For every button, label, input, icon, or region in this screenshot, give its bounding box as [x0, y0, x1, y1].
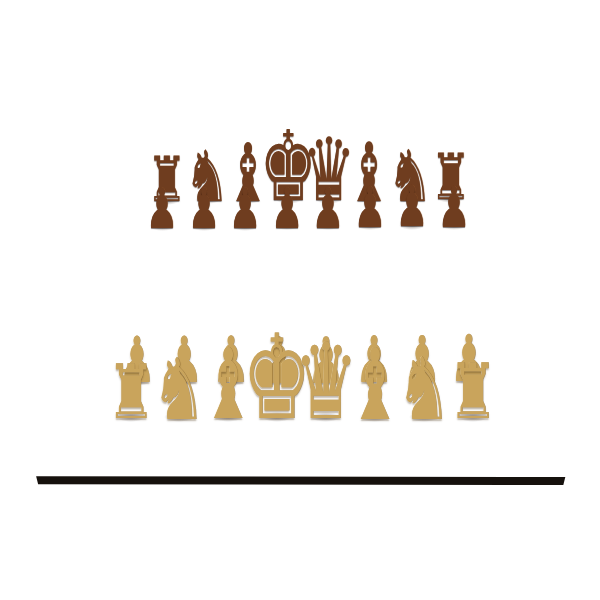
black-pawn-glyph: ♟	[146, 181, 179, 237]
white-knight-glyph: ♞	[396, 346, 452, 432]
black-pawn-glyph: ♟	[187, 181, 220, 237]
piece-layer: ♜♞♝♚♛♝♞♜♟♟♟♟♟♟♟♟♟♟♟♟♟♟♟♟♜♞♝♚♛♝♞♜	[0, 0, 600, 600]
product-photo-stage: ♜♞♝♚♛♝♞♜♟♟♟♟♟♟♟♟♟♟♟♟♟♟♟♟♜♞♝♚♛♝♞♜	[0, 0, 600, 600]
white-bishop-glyph: ♝	[347, 336, 402, 434]
white-rook-glyph: ♜	[448, 354, 497, 430]
black-pawn-glyph: ♟	[395, 180, 428, 236]
black-pawn-glyph: ♟	[437, 179, 470, 236]
black-pawn-glyph: ♟	[270, 180, 303, 236]
white-rook-glyph: ♜	[106, 355, 154, 430]
black-pawn-glyph: ♟	[353, 180, 386, 236]
white-knight-glyph: ♞	[152, 347, 207, 432]
black-pawn-glyph: ♟	[229, 181, 262, 237]
black-pawn-glyph: ♟	[312, 180, 345, 236]
